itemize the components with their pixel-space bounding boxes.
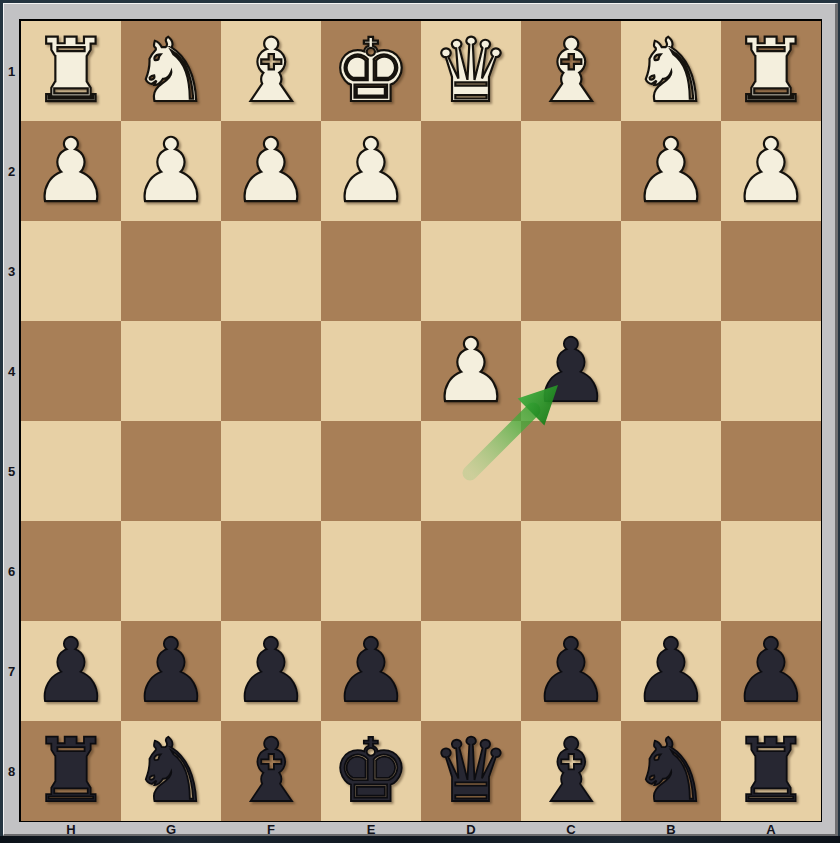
square-e7[interactable]: ♟ xyxy=(321,621,421,721)
white-pawn: ♟ xyxy=(32,121,111,221)
square-g2[interactable]: ♟ xyxy=(121,121,221,221)
square-e2[interactable]: ♟ xyxy=(321,121,421,221)
square-a5[interactable] xyxy=(721,421,821,521)
square-b1[interactable]: ♞ xyxy=(621,21,721,121)
black-pawn: ♟ xyxy=(332,621,411,721)
file-label-d: D xyxy=(421,823,521,836)
square-a3[interactable] xyxy=(721,221,821,321)
square-h5[interactable] xyxy=(21,421,121,521)
square-d6[interactable] xyxy=(421,521,521,621)
black-knight: ♞ xyxy=(632,721,711,821)
rank-label-1: 1 xyxy=(4,21,19,121)
square-d4[interactable]: ♟ xyxy=(421,321,521,421)
square-g5[interactable] xyxy=(121,421,221,521)
chess-board: ♜♞♝♚♛♝♞♜♟♟♟♟♟♟♟♟♟♟♟♟♟♟♟♜♞♝♚♛♝♞♜ xyxy=(19,19,822,822)
white-bishop: ♝ xyxy=(232,21,311,121)
black-knight: ♞ xyxy=(132,721,211,821)
square-g8[interactable]: ♞ xyxy=(121,721,221,821)
square-f7[interactable]: ♟ xyxy=(221,621,321,721)
window-background: ♜♞♝♚♛♝♞♜♟♟♟♟♟♟♟♟♟♟♟♟♟♟♟♜♞♝♚♛♝♞♜ 12345678… xyxy=(0,0,840,843)
square-d1[interactable]: ♛ xyxy=(421,21,521,121)
black-pawn: ♟ xyxy=(132,621,211,721)
black-queen: ♛ xyxy=(432,721,511,821)
square-a7[interactable]: ♟ xyxy=(721,621,821,721)
black-pawn: ♟ xyxy=(532,621,611,721)
black-pawn: ♟ xyxy=(732,621,811,721)
square-b8[interactable]: ♞ xyxy=(621,721,721,821)
rank-label-4: 4 xyxy=(4,321,19,421)
rank-label-7: 7 xyxy=(4,621,19,721)
file-label-h: H xyxy=(21,823,121,836)
square-e5[interactable] xyxy=(321,421,421,521)
rank-label-2: 2 xyxy=(4,121,19,221)
square-b7[interactable]: ♟ xyxy=(621,621,721,721)
square-f3[interactable] xyxy=(221,221,321,321)
square-a2[interactable]: ♟ xyxy=(721,121,821,221)
white-queen: ♛ xyxy=(432,21,511,121)
square-b2[interactable]: ♟ xyxy=(621,121,721,221)
white-knight: ♞ xyxy=(632,21,711,121)
square-b5[interactable] xyxy=(621,421,721,521)
square-c4[interactable]: ♟ xyxy=(521,321,621,421)
square-h6[interactable] xyxy=(21,521,121,621)
black-king: ♚ xyxy=(332,721,411,821)
file-label-f: F xyxy=(221,823,321,836)
square-f6[interactable] xyxy=(221,521,321,621)
square-a4[interactable] xyxy=(721,321,821,421)
black-pawn: ♟ xyxy=(632,621,711,721)
square-b4[interactable] xyxy=(621,321,721,421)
white-knight: ♞ xyxy=(132,21,211,121)
rank-label-6: 6 xyxy=(4,521,19,621)
square-d5[interactable] xyxy=(421,421,521,521)
square-g6[interactable] xyxy=(121,521,221,621)
square-f8[interactable]: ♝ xyxy=(221,721,321,821)
square-c7[interactable]: ♟ xyxy=(521,621,621,721)
square-c8[interactable]: ♝ xyxy=(521,721,621,821)
square-b6[interactable] xyxy=(621,521,721,621)
file-label-g: G xyxy=(121,823,221,836)
square-h2[interactable]: ♟ xyxy=(21,121,121,221)
square-d7[interactable] xyxy=(421,621,521,721)
square-h8[interactable]: ♜ xyxy=(21,721,121,821)
square-f5[interactable] xyxy=(221,421,321,521)
square-f2[interactable]: ♟ xyxy=(221,121,321,221)
file-label-c: C xyxy=(521,823,621,836)
square-c6[interactable] xyxy=(521,521,621,621)
square-e6[interactable] xyxy=(321,521,421,621)
file-label-a: A xyxy=(721,823,821,836)
square-b3[interactable] xyxy=(621,221,721,321)
square-h4[interactable] xyxy=(21,321,121,421)
square-h3[interactable] xyxy=(21,221,121,321)
square-c5[interactable] xyxy=(521,421,621,521)
square-e8[interactable]: ♚ xyxy=(321,721,421,821)
square-f1[interactable]: ♝ xyxy=(221,21,321,121)
square-e3[interactable] xyxy=(321,221,421,321)
square-g1[interactable]: ♞ xyxy=(121,21,221,121)
white-pawn: ♟ xyxy=(332,121,411,221)
square-d8[interactable]: ♛ xyxy=(421,721,521,821)
square-d2[interactable] xyxy=(421,121,521,221)
square-c3[interactable] xyxy=(521,221,621,321)
square-g7[interactable]: ♟ xyxy=(121,621,221,721)
black-pawn: ♟ xyxy=(532,321,611,421)
white-rook: ♜ xyxy=(732,21,811,121)
square-e1[interactable]: ♚ xyxy=(321,21,421,121)
black-pawn: ♟ xyxy=(232,621,311,721)
black-rook: ♜ xyxy=(732,721,811,821)
black-rook: ♜ xyxy=(32,721,111,821)
rank-label-5: 5 xyxy=(4,421,19,521)
square-e4[interactable] xyxy=(321,321,421,421)
square-f4[interactable] xyxy=(221,321,321,421)
square-d3[interactable] xyxy=(421,221,521,321)
white-pawn: ♟ xyxy=(732,121,811,221)
square-c2[interactable] xyxy=(521,121,621,221)
square-a8[interactable]: ♜ xyxy=(721,721,821,821)
square-g4[interactable] xyxy=(121,321,221,421)
square-a1[interactable]: ♜ xyxy=(721,21,821,121)
file-label-b: B xyxy=(621,823,721,836)
black-bishop: ♝ xyxy=(232,721,311,821)
black-pawn: ♟ xyxy=(32,621,111,721)
white-rook: ♜ xyxy=(32,21,111,121)
square-g3[interactable] xyxy=(121,221,221,321)
square-h1[interactable]: ♜ xyxy=(21,21,121,121)
white-pawn: ♟ xyxy=(632,121,711,221)
white-bishop: ♝ xyxy=(532,21,611,121)
white-king: ♚ xyxy=(332,21,411,121)
white-pawn: ♟ xyxy=(232,121,311,221)
square-h7[interactable]: ♟ xyxy=(21,621,121,721)
file-label-e: E xyxy=(321,823,421,836)
rank-label-3: 3 xyxy=(4,221,19,321)
square-c1[interactable]: ♝ xyxy=(521,21,621,121)
black-bishop: ♝ xyxy=(532,721,611,821)
rank-label-8: 8 xyxy=(4,721,19,821)
white-pawn: ♟ xyxy=(132,121,211,221)
square-a6[interactable] xyxy=(721,521,821,621)
white-pawn: ♟ xyxy=(432,321,511,421)
bottom-shadow-strip xyxy=(0,836,840,843)
